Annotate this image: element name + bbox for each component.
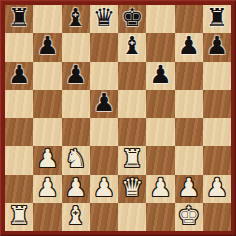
piece-black-pawn-f6[interactable]: ♟ xyxy=(149,62,171,89)
piece-black-queen-d8[interactable]: ♛ xyxy=(93,5,115,32)
square-h4[interactable] xyxy=(203,118,231,146)
square-f3[interactable] xyxy=(146,146,174,174)
square-e8[interactable]: ♚ xyxy=(118,5,146,33)
piece-white-pawn-b3[interactable]: ♟ xyxy=(36,146,58,173)
piece-black-pawn-h7[interactable]: ♟ xyxy=(206,33,228,60)
square-h2[interactable]: ♟ xyxy=(203,175,231,203)
piece-white-knight-c3[interactable]: ♞ xyxy=(64,146,86,173)
square-f4[interactable] xyxy=(146,118,174,146)
square-g2[interactable]: ♟ xyxy=(175,175,203,203)
square-d7[interactable] xyxy=(90,33,118,61)
chess-board: ♜♝♛♚♜♟♝♟♟♟♟♟♟♟♞♜♟♟♟♛♟♟♟♜♝♚ xyxy=(5,5,231,231)
square-d2[interactable]: ♟ xyxy=(90,175,118,203)
piece-white-rook-a1[interactable]: ♜ xyxy=(8,203,30,230)
square-a4[interactable] xyxy=(5,118,33,146)
piece-white-pawn-c2[interactable]: ♟ xyxy=(64,175,86,202)
piece-black-pawn-a6[interactable]: ♟ xyxy=(8,62,30,89)
square-d8[interactable]: ♛ xyxy=(90,5,118,33)
chess-board-frame: ♜♝♛♚♜♟♝♟♟♟♟♟♟♟♞♜♟♟♟♛♟♟♟♜♝♚ xyxy=(0,0,236,236)
square-a7[interactable] xyxy=(5,33,33,61)
square-a8[interactable]: ♜ xyxy=(5,5,33,33)
square-a1[interactable]: ♜ xyxy=(5,203,33,231)
piece-white-bishop-c1[interactable]: ♝ xyxy=(64,203,86,230)
piece-white-queen-e2[interactable]: ♛ xyxy=(121,175,143,202)
square-d5[interactable]: ♟ xyxy=(90,90,118,118)
square-e4[interactable] xyxy=(118,118,146,146)
square-h1[interactable] xyxy=(203,203,231,231)
square-b6[interactable] xyxy=(33,62,61,90)
square-g3[interactable] xyxy=(175,146,203,174)
square-a2[interactable] xyxy=(5,175,33,203)
square-c8[interactable]: ♝ xyxy=(62,5,90,33)
square-e5[interactable] xyxy=(118,90,146,118)
square-a6[interactable]: ♟ xyxy=(5,62,33,90)
square-e1[interactable] xyxy=(118,203,146,231)
square-e3[interactable]: ♜ xyxy=(118,146,146,174)
square-d1[interactable] xyxy=(90,203,118,231)
square-c1[interactable]: ♝ xyxy=(62,203,90,231)
square-g4[interactable] xyxy=(175,118,203,146)
piece-black-bishop-e7[interactable]: ♝ xyxy=(121,33,143,60)
square-f8[interactable] xyxy=(146,5,174,33)
square-e2[interactable]: ♛ xyxy=(118,175,146,203)
piece-white-pawn-d2[interactable]: ♟ xyxy=(93,175,115,202)
square-c4[interactable] xyxy=(62,118,90,146)
square-f1[interactable] xyxy=(146,203,174,231)
square-h7[interactable]: ♟ xyxy=(203,33,231,61)
piece-black-rook-a8[interactable]: ♜ xyxy=(8,5,30,32)
square-g1[interactable]: ♚ xyxy=(175,203,203,231)
square-e7[interactable]: ♝ xyxy=(118,33,146,61)
square-e6[interactable] xyxy=(118,62,146,90)
square-h5[interactable] xyxy=(203,90,231,118)
square-g7[interactable]: ♟ xyxy=(175,33,203,61)
square-d6[interactable] xyxy=(90,62,118,90)
piece-black-pawn-d5[interactable]: ♟ xyxy=(93,90,115,117)
square-g8[interactable] xyxy=(175,5,203,33)
square-h8[interactable]: ♜ xyxy=(203,5,231,33)
piece-white-pawn-b2[interactable]: ♟ xyxy=(36,175,58,202)
square-a3[interactable] xyxy=(5,146,33,174)
square-g6[interactable] xyxy=(175,62,203,90)
square-f7[interactable] xyxy=(146,33,174,61)
piece-black-pawn-g7[interactable]: ♟ xyxy=(177,33,199,60)
square-c3[interactable]: ♞ xyxy=(62,146,90,174)
square-b1[interactable] xyxy=(33,203,61,231)
square-h6[interactable] xyxy=(203,62,231,90)
square-b7[interactable]: ♟ xyxy=(33,33,61,61)
square-b5[interactable] xyxy=(33,90,61,118)
piece-white-pawn-h2[interactable]: ♟ xyxy=(206,175,228,202)
piece-white-rook-e3[interactable]: ♜ xyxy=(121,146,143,173)
square-b2[interactable]: ♟ xyxy=(33,175,61,203)
square-c5[interactable] xyxy=(62,90,90,118)
square-h3[interactable] xyxy=(203,146,231,174)
square-d3[interactable] xyxy=(90,146,118,174)
square-b8[interactable] xyxy=(33,5,61,33)
piece-white-pawn-f2[interactable]: ♟ xyxy=(149,175,171,202)
square-f5[interactable] xyxy=(146,90,174,118)
square-f6[interactable]: ♟ xyxy=(146,62,174,90)
square-f2[interactable]: ♟ xyxy=(146,175,174,203)
square-b3[interactable]: ♟ xyxy=(33,146,61,174)
square-c2[interactable]: ♟ xyxy=(62,175,90,203)
piece-black-pawn-b7[interactable]: ♟ xyxy=(36,33,58,60)
piece-white-pawn-g2[interactable]: ♟ xyxy=(177,175,199,202)
square-a5[interactable] xyxy=(5,90,33,118)
square-b4[interactable] xyxy=(33,118,61,146)
piece-white-king-g1[interactable]: ♚ xyxy=(177,203,199,230)
square-c6[interactable]: ♟ xyxy=(62,62,90,90)
piece-black-rook-h8[interactable]: ♜ xyxy=(206,5,228,32)
square-d4[interactable] xyxy=(90,118,118,146)
piece-black-king-e8[interactable]: ♚ xyxy=(121,5,143,32)
square-g5[interactable] xyxy=(175,90,203,118)
piece-black-bishop-c8[interactable]: ♝ xyxy=(64,5,86,32)
piece-black-pawn-c6[interactable]: ♟ xyxy=(64,62,86,89)
square-c7[interactable] xyxy=(62,33,90,61)
